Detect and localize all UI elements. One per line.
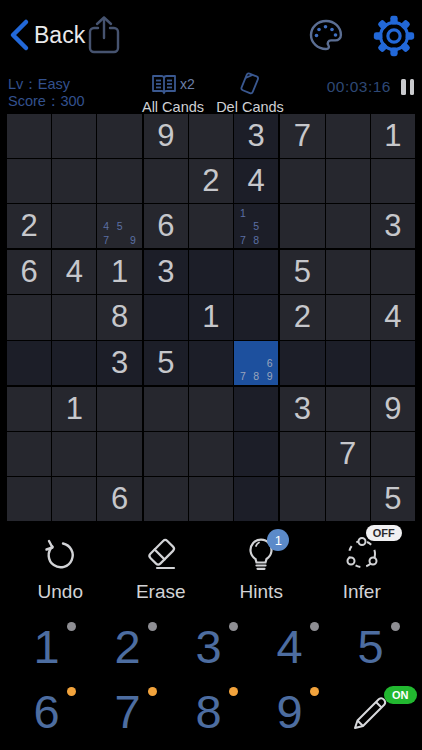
sudoku-cell-r5c7[interactable]: 2: [280, 295, 324, 339]
cell-digit: 5: [384, 481, 401, 517]
gray-dot: [310, 622, 319, 631]
cell-digit: 9: [384, 391, 401, 427]
cell-digit: 5: [157, 345, 174, 381]
cell-digit: 1: [384, 118, 401, 154]
level-label: Lv：Easy: [8, 76, 85, 93]
sudoku-app-screen: Back: [0, 0, 422, 750]
numpad-digit-3[interactable]: 3: [168, 616, 249, 678]
numpad-row-1: 12345: [0, 616, 422, 678]
sudoku-cell-r3c7[interactable]: [280, 204, 324, 248]
card-icon: [237, 71, 263, 97]
orange-dot: [67, 687, 76, 696]
sudoku-cell-r5c9[interactable]: 4: [371, 295, 415, 339]
sudoku-cell-r2c9[interactable]: [371, 159, 415, 203]
sudoku-cell-r3c9[interactable]: 3: [371, 204, 415, 248]
cell-digit: 4: [66, 254, 83, 290]
sudoku-cell-r4c7[interactable]: 5: [280, 250, 324, 294]
sudoku-box: 64183: [7, 250, 142, 384]
sudoku-cell-r8c4[interactable]: [144, 432, 188, 476]
sudoku-cell-r8c1[interactable]: [7, 432, 51, 476]
sudoku-cell-r3c5[interactable]: [189, 204, 233, 248]
book-icon: [151, 73, 177, 95]
gray-dot: [391, 622, 400, 631]
orange-dot: [229, 687, 238, 696]
sudoku-box: 713: [280, 114, 415, 248]
sudoku-cell-r2c1[interactable]: [7, 159, 51, 203]
sudoku-cell-r7c3[interactable]: [97, 387, 141, 431]
numpad-digit-1[interactable]: 1: [6, 616, 87, 678]
sudoku-box: 3975: [280, 387, 415, 521]
top-bar: Back: [0, 12, 422, 62]
sudoku-cell-r9c8[interactable]: [326, 477, 370, 521]
settings-button[interactable]: [372, 14, 416, 58]
erase-button[interactable]: Erase: [111, 533, 212, 603]
share-icon: [84, 14, 124, 58]
sudoku-cell-r5c4[interactable]: [144, 295, 188, 339]
gray-dot: [148, 622, 157, 631]
sudoku-cell-r7c6[interactable]: [234, 387, 278, 431]
sudoku-cell-r2c6[interactable]: 4: [234, 159, 278, 203]
sudoku-cell-r3c8[interactable]: [326, 204, 370, 248]
sudoku-cell-r1c5[interactable]: [189, 114, 233, 158]
sudoku-cell-r6c5[interactable]: [189, 341, 233, 385]
timer-value: 00:03:16: [327, 78, 391, 96]
sudoku-cell-r4c1[interactable]: 6: [7, 250, 51, 294]
cell-digit: 7: [294, 118, 311, 154]
score-label: Score：300: [8, 93, 85, 110]
infer-button[interactable]: OFF Infer: [312, 533, 413, 603]
sudoku-box: [144, 387, 279, 521]
sudoku-cell-r4c2[interactable]: 4: [52, 250, 96, 294]
sudoku-cell-r5c8[interactable]: [326, 295, 370, 339]
sudoku-board: 24579932461578713641833156789524163975: [7, 114, 415, 521]
sudoku-cell-r8c7[interactable]: [280, 432, 324, 476]
digit-label: 1: [33, 620, 59, 673]
sudoku-cell-r1c8[interactable]: [326, 114, 370, 158]
sudoku-cell-r9c1[interactable]: [7, 477, 51, 521]
sudoku-cell-r2c5[interactable]: 2: [189, 159, 233, 203]
digit-label: 4: [276, 620, 302, 673]
all-cands-label: All Cands: [136, 99, 210, 115]
pause-button[interactable]: [397, 79, 414, 95]
digit-label: 7: [114, 685, 140, 738]
cell-digit: 1: [66, 391, 83, 427]
sudoku-cell-r6c8[interactable]: [326, 341, 370, 385]
sudoku-cell-r7c4[interactable]: [144, 387, 188, 431]
gray-dot: [229, 622, 238, 631]
sudoku-cell-r2c2[interactable]: [52, 159, 96, 203]
sudoku-cell-r6c1[interactable]: [7, 341, 51, 385]
infer-off-badge: OFF: [366, 525, 402, 541]
sudoku-cell-r9c6[interactable]: [234, 477, 278, 521]
digit-label: 6: [33, 685, 59, 738]
cell-digit: 3: [248, 118, 265, 154]
infer-icon: [342, 535, 382, 575]
cell-digit: 6: [20, 254, 37, 290]
sudoku-cell-r6c7[interactable]: [280, 341, 324, 385]
sudoku-cell-r7c5[interactable]: [189, 387, 233, 431]
cell-digit: 2: [20, 208, 37, 244]
all-cands-count: x2: [180, 76, 195, 92]
sudoku-cell-r8c8[interactable]: 7: [326, 432, 370, 476]
palette-icon: [306, 16, 346, 56]
sudoku-box: 3156789: [144, 250, 279, 384]
gear-icon: [372, 14, 416, 58]
cell-digit: 8: [111, 299, 128, 335]
sudoku-cell-r8c2[interactable]: [52, 432, 96, 476]
cell-digit: 4: [384, 299, 401, 335]
gray-dot: [67, 622, 76, 631]
sudoku-cell-r9c9[interactable]: 5: [371, 477, 415, 521]
cell-candidates: 4579: [99, 206, 139, 246]
digit-label: 9: [276, 685, 302, 738]
sudoku-cell-r4c6[interactable]: [234, 250, 278, 294]
pause-icon: [401, 79, 406, 95]
sudoku-cell-r4c3[interactable]: 1: [97, 250, 141, 294]
back-button[interactable]: Back: [6, 16, 85, 54]
sudoku-cell-r2c8[interactable]: [326, 159, 370, 203]
sudoku-cell-r9c4[interactable]: [144, 477, 188, 521]
numpad-digit-7[interactable]: 7: [87, 681, 168, 743]
sudoku-cell-r8c3[interactable]: [97, 432, 141, 476]
digit-label: 2: [114, 620, 140, 673]
orange-dot: [310, 687, 319, 696]
sudoku-cell-r3c4[interactable]: 6: [144, 204, 188, 248]
sudoku-box: 932461578: [144, 114, 279, 248]
cell-digit: 7: [339, 436, 356, 472]
number-pad: 12345 6789 ON: [0, 616, 422, 746]
toolbar: Undo Erase: [0, 533, 422, 603]
sudoku-box: 16: [7, 387, 142, 521]
cell-digit: 9: [157, 118, 174, 154]
cell-digit: 3: [111, 345, 128, 381]
sudoku-cell-r7c2[interactable]: 1: [52, 387, 96, 431]
numpad-digit-2[interactable]: 2: [87, 616, 168, 678]
sudoku-cell-r5c3[interactable]: 8: [97, 295, 141, 339]
sudoku-cell-r1c1[interactable]: [7, 114, 51, 158]
hints-button[interactable]: 1 Hints: [211, 533, 312, 603]
hints-label: Hints: [240, 581, 283, 603]
theme-button[interactable]: [306, 16, 346, 56]
sudoku-cell-r9c2[interactable]: [52, 477, 96, 521]
undo-icon: [41, 536, 79, 574]
cell-digit: 1: [202, 299, 219, 335]
sudoku-cell-r2c7[interactable]: [280, 159, 324, 203]
sudoku-cell-r9c7[interactable]: [280, 477, 324, 521]
pencil-mode-button[interactable]: ON: [330, 681, 411, 743]
cell-digit: 2: [202, 163, 219, 199]
infer-label: Infer: [343, 581, 381, 603]
numpad-digit-5[interactable]: 5: [330, 616, 411, 678]
sudoku-box: 24579: [7, 114, 142, 248]
sudoku-box: 524: [280, 250, 415, 384]
sudoku-cell-r4c8[interactable]: [326, 250, 370, 294]
cell-digit: 3: [157, 254, 174, 290]
hints-count-badge: 1: [267, 529, 289, 551]
sudoku-cell-r8c9[interactable]: [371, 432, 415, 476]
back-label: Back: [34, 22, 85, 49]
cell-candidates: 1578: [236, 206, 276, 246]
sudoku-cell-r4c5[interactable]: [189, 250, 233, 294]
sudoku-cell-r5c6[interactable]: [234, 295, 278, 339]
sudoku-cell-r5c1[interactable]: [7, 295, 51, 339]
sudoku-cell-r7c9[interactable]: 9: [371, 387, 415, 431]
sudoku-cell-r1c4[interactable]: 9: [144, 114, 188, 158]
undo-label: Undo: [38, 581, 83, 603]
sudoku-cell-r8c5[interactable]: [189, 432, 233, 476]
digit-label: 5: [357, 620, 383, 673]
sudoku-cell-r6c6[interactable]: 6789: [234, 341, 278, 385]
erase-label: Erase: [136, 581, 186, 603]
sudoku-cell-r1c9[interactable]: 1: [371, 114, 415, 158]
numpad-digit-4[interactable]: 4: [249, 616, 330, 678]
numpad-digit-8[interactable]: 8: [168, 681, 249, 743]
sudoku-cell-r7c1[interactable]: [7, 387, 51, 431]
cell-digit: 6: [111, 481, 128, 517]
timer-group: 00:03:16: [327, 78, 414, 96]
sudoku-cell-r8c6[interactable]: [234, 432, 278, 476]
sudoku-cell-r3c2[interactable]: [52, 204, 96, 248]
sudoku-cell-r1c3[interactable]: [97, 114, 141, 158]
cell-digit: 6: [157, 208, 174, 244]
sudoku-cell-r7c7[interactable]: 3: [280, 387, 324, 431]
cell-digit: 3: [294, 391, 311, 427]
sudoku-cell-r3c1[interactable]: 2: [7, 204, 51, 248]
del-cands-button[interactable]: Del Cands: [216, 72, 284, 115]
sudoku-cell-r3c6[interactable]: 1578: [234, 204, 278, 248]
sudoku-cell-r3c3[interactable]: 4579: [97, 204, 141, 248]
sudoku-cell-r1c2[interactable]: [52, 114, 96, 158]
sudoku-cell-r9c3[interactable]: 6: [97, 477, 141, 521]
sudoku-cell-r5c2[interactable]: [52, 295, 96, 339]
digit-label: 3: [195, 620, 221, 673]
cell-candidates: 6789: [236, 343, 276, 383]
all-cands-button[interactable]: x2 All Cands: [136, 72, 210, 115]
sudoku-cell-r4c9[interactable]: [371, 250, 415, 294]
sudoku-cell-r6c2[interactable]: [52, 341, 96, 385]
cell-digit: 2: [294, 299, 311, 335]
sudoku-cell-r9c5[interactable]: [189, 477, 233, 521]
digit-label: 8: [195, 685, 221, 738]
orange-dot: [148, 687, 157, 696]
sudoku-cell-r4c4[interactable]: 3: [144, 250, 188, 294]
numpad-digit-9[interactable]: 9: [249, 681, 330, 743]
info-row: Lv：Easy Score：300 x2 All Cands: [0, 72, 422, 114]
back-chevron-icon: [6, 16, 32, 54]
sudoku-cell-r5c5[interactable]: 1: [189, 295, 233, 339]
sudoku-cell-r2c3[interactable]: [97, 159, 141, 203]
sudoku-cell-r1c6[interactable]: 3: [234, 114, 278, 158]
sudoku-cell-r6c9[interactable]: [371, 341, 415, 385]
cell-digit: 1: [111, 254, 128, 290]
sudoku-cell-r6c4[interactable]: 5: [144, 341, 188, 385]
eraser-icon: [141, 535, 181, 575]
numpad-row-2: 6789 ON: [0, 681, 422, 743]
share-button[interactable]: [84, 14, 124, 58]
cell-digit: 4: [248, 163, 265, 199]
pencil-on-badge: ON: [384, 686, 417, 704]
undo-button[interactable]: Undo: [10, 533, 111, 603]
numpad-digit-6[interactable]: 6: [6, 681, 87, 743]
sudoku-cell-r7c8[interactable]: [326, 387, 370, 431]
sudoku-cell-r1c7[interactable]: 7: [280, 114, 324, 158]
sudoku-cell-r2c4[interactable]: [144, 159, 188, 203]
level-score: Lv：Easy Score：300: [8, 76, 85, 110]
sudoku-cell-r6c3[interactable]: 3: [97, 341, 141, 385]
cell-digit: 5: [294, 254, 311, 290]
del-cands-label: Del Cands: [216, 99, 284, 115]
cell-digit: 3: [384, 208, 401, 244]
